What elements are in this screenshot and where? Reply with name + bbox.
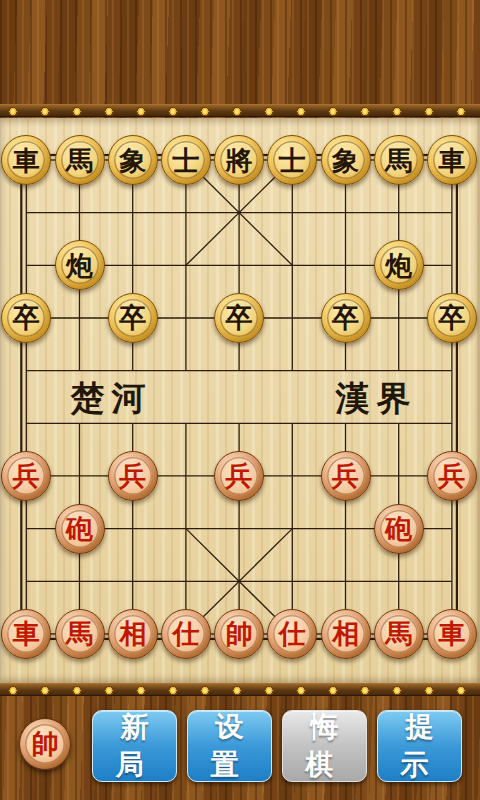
piece-red-soldier[interactable]: 兵 <box>108 451 158 501</box>
piece-glyph: 炮 <box>61 246 99 284</box>
piece-red-advisor[interactable]: 仕 <box>267 609 317 659</box>
piece-black-soldier[interactable]: 卒 <box>108 293 158 343</box>
piece-glyph: 馬 <box>61 615 99 653</box>
piece-black-advisor[interactable]: 士 <box>267 135 317 185</box>
top-stud-strip <box>0 104 480 117</box>
piece-red-soldier[interactable]: 兵 <box>214 451 264 501</box>
piece-black-soldier[interactable]: 卒 <box>1 293 51 343</box>
undo-move-button[interactable]: 悔棋 <box>282 710 367 782</box>
piece-glyph: 炮 <box>380 246 418 284</box>
river-label-chu-he: 楚河 <box>48 377 168 421</box>
piece-black-general[interactable]: 將 <box>214 135 264 185</box>
bottom-toolbar: 帥 新局 设置 悔棋 提示 <box>0 696 480 800</box>
piece-glyph: 兵 <box>220 457 258 495</box>
settings-button[interactable]: 设置 <box>187 710 272 782</box>
piece-red-cannon[interactable]: 砲 <box>374 504 424 554</box>
piece-black-cannon[interactable]: 炮 <box>55 240 105 290</box>
piece-glyph: 仕 <box>167 615 205 653</box>
piece-red-elephant[interactable]: 相 <box>108 609 158 659</box>
river-label-han-jie: 漢界 <box>313 377 433 421</box>
red-general-icon: 帥 <box>25 724 65 764</box>
piece-glyph: 士 <box>273 141 311 179</box>
bottom-stud-strip <box>0 683 480 696</box>
piece-black-cannon[interactable]: 炮 <box>374 240 424 290</box>
piece-black-soldier[interactable]: 卒 <box>214 293 264 343</box>
piece-glyph: 車 <box>433 615 471 653</box>
piece-glyph: 車 <box>7 141 45 179</box>
piece-glyph: 相 <box>327 615 365 653</box>
piece-black-soldier[interactable]: 卒 <box>427 293 477 343</box>
piece-red-soldier[interactable]: 兵 <box>321 451 371 501</box>
piece-red-horse[interactable]: 馬 <box>374 609 424 659</box>
piece-glyph: 車 <box>433 141 471 179</box>
piece-glyph: 帥 <box>220 615 258 653</box>
xiangqi-board[interactable]: 楚河 漢界 車馬象士將士象馬車炮炮卒卒卒卒卒兵兵兵兵兵砲砲車馬相仕帥仕相馬車 <box>0 118 480 683</box>
piece-glyph: 馬 <box>61 141 99 179</box>
piece-glyph: 卒 <box>114 299 152 337</box>
piece-glyph: 卒 <box>433 299 471 337</box>
xiangqi-app-screen: 楚河 漢界 車馬象士將士象馬車炮炮卒卒卒卒卒兵兵兵兵兵砲砲車馬相仕帥仕相馬車 帥… <box>0 0 480 800</box>
piece-glyph: 兵 <box>327 457 365 495</box>
piece-glyph: 將 <box>220 141 258 179</box>
piece-glyph: 兵 <box>433 457 471 495</box>
piece-glyph: 相 <box>114 615 152 653</box>
hint-button[interactable]: 提示 <box>377 710 462 782</box>
piece-red-chariot[interactable]: 車 <box>427 609 477 659</box>
piece-red-soldier[interactable]: 兵 <box>1 451 51 501</box>
piece-red-general[interactable]: 帥 <box>214 609 264 659</box>
piece-glyph: 馬 <box>380 615 418 653</box>
piece-red-elephant[interactable]: 相 <box>321 609 371 659</box>
piece-glyph: 仕 <box>273 615 311 653</box>
new-game-button[interactable]: 新局 <box>92 710 177 782</box>
piece-glyph: 象 <box>114 141 152 179</box>
piece-glyph: 卒 <box>220 299 258 337</box>
piece-glyph: 兵 <box>7 457 45 495</box>
piece-red-cannon[interactable]: 砲 <box>55 504 105 554</box>
piece-glyph: 象 <box>327 141 365 179</box>
piece-black-chariot[interactable]: 車 <box>1 135 51 185</box>
piece-red-advisor[interactable]: 仕 <box>161 609 211 659</box>
piece-glyph: 砲 <box>380 510 418 548</box>
piece-glyph: 卒 <box>327 299 365 337</box>
piece-black-elephant[interactable]: 象 <box>108 135 158 185</box>
piece-red-soldier[interactable]: 兵 <box>427 451 477 501</box>
piece-red-chariot[interactable]: 車 <box>1 609 51 659</box>
piece-black-soldier[interactable]: 卒 <box>321 293 371 343</box>
piece-glyph: 馬 <box>380 141 418 179</box>
piece-black-advisor[interactable]: 士 <box>161 135 211 185</box>
piece-black-elephant[interactable]: 象 <box>321 135 371 185</box>
piece-glyph: 車 <box>7 615 45 653</box>
piece-glyph: 士 <box>167 141 205 179</box>
piece-glyph: 卒 <box>7 299 45 337</box>
piece-glyph: 兵 <box>114 457 152 495</box>
piece-black-chariot[interactable]: 車 <box>427 135 477 185</box>
piece-black-horse[interactable]: 馬 <box>374 135 424 185</box>
piece-red-horse[interactable]: 馬 <box>55 609 105 659</box>
turn-indicator-red-general-piece: 帥 <box>19 718 71 770</box>
piece-black-horse[interactable]: 馬 <box>55 135 105 185</box>
piece-glyph: 砲 <box>61 510 99 548</box>
